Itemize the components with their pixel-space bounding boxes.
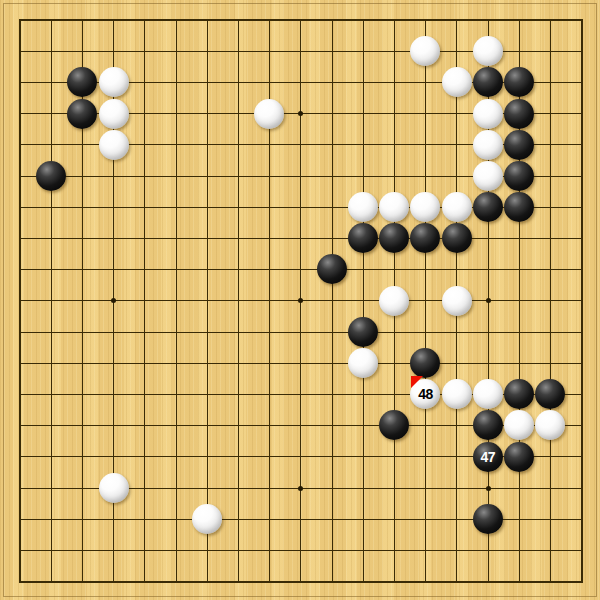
board-intersection[interactable] xyxy=(503,129,534,160)
board-intersection[interactable] xyxy=(223,347,254,378)
board-intersection[interactable] xyxy=(98,4,129,35)
board-intersection[interactable] xyxy=(410,316,441,347)
board-intersection[interactable] xyxy=(316,129,347,160)
board-intersection[interactable] xyxy=(254,36,285,67)
board-intersection[interactable] xyxy=(472,254,503,285)
board-intersection[interactable] xyxy=(472,410,503,441)
board-intersection[interactable] xyxy=(192,129,223,160)
board-intersection[interactable] xyxy=(566,410,597,441)
board-intersection[interactable] xyxy=(535,129,566,160)
board-intersection[interactable] xyxy=(4,223,35,254)
board-intersection[interactable] xyxy=(472,192,503,223)
board-intersection[interactable] xyxy=(347,98,378,129)
board-intersection[interactable] xyxy=(535,379,566,410)
board-intersection[interactable] xyxy=(36,98,67,129)
board-intersection[interactable] xyxy=(566,503,597,534)
board-intersection[interactable] xyxy=(379,379,410,410)
board-intersection[interactable] xyxy=(441,472,472,503)
board-intersection[interactable] xyxy=(285,316,316,347)
board-intersection[interactable] xyxy=(160,441,191,472)
board-intersection[interactable] xyxy=(192,503,223,534)
board-intersection[interactable] xyxy=(316,4,347,35)
board-intersection[interactable] xyxy=(192,535,223,566)
board-intersection[interactable] xyxy=(379,535,410,566)
board-intersection[interactable] xyxy=(160,98,191,129)
board-intersection[interactable] xyxy=(535,285,566,316)
board-intersection[interactable] xyxy=(472,129,503,160)
board-intersection[interactable] xyxy=(285,4,316,35)
board-intersection[interactable] xyxy=(67,254,98,285)
board-intersection[interactable] xyxy=(379,160,410,191)
board-intersection[interactable] xyxy=(4,535,35,566)
board-intersection[interactable] xyxy=(98,379,129,410)
board-intersection[interactable] xyxy=(535,316,566,347)
board-intersection[interactable] xyxy=(285,441,316,472)
board-intersection[interactable] xyxy=(472,285,503,316)
board-intersection[interactable] xyxy=(67,347,98,378)
board-intersection[interactable] xyxy=(347,254,378,285)
board-intersection[interactable] xyxy=(4,379,35,410)
board-intersection[interactable] xyxy=(316,316,347,347)
board-intersection[interactable] xyxy=(503,4,534,35)
board-intersection[interactable] xyxy=(410,503,441,534)
board-intersection[interactable] xyxy=(160,379,191,410)
board-intersection[interactable] xyxy=(4,4,35,35)
board-intersection[interactable] xyxy=(129,254,160,285)
board-intersection[interactable] xyxy=(472,566,503,597)
board-intersection[interactable] xyxy=(535,4,566,35)
board-intersection[interactable] xyxy=(503,472,534,503)
board-intersection[interactable] xyxy=(254,223,285,254)
board-intersection[interactable] xyxy=(98,347,129,378)
board-intersection[interactable] xyxy=(36,36,67,67)
board-intersection[interactable] xyxy=(67,285,98,316)
board-intersection[interactable] xyxy=(410,192,441,223)
board-intersection[interactable] xyxy=(379,285,410,316)
board-intersection[interactable] xyxy=(503,379,534,410)
board-intersection[interactable] xyxy=(192,4,223,35)
board-intersection[interactable] xyxy=(441,98,472,129)
board-intersection[interactable] xyxy=(129,410,160,441)
board-intersection[interactable] xyxy=(36,441,67,472)
board-intersection[interactable] xyxy=(441,192,472,223)
board-intersection[interactable] xyxy=(254,566,285,597)
board-intersection[interactable] xyxy=(36,254,67,285)
board-intersection[interactable] xyxy=(4,566,35,597)
board-intersection[interactable] xyxy=(441,36,472,67)
board-intersection[interactable] xyxy=(223,285,254,316)
board-intersection[interactable] xyxy=(98,254,129,285)
board-intersection[interactable] xyxy=(566,223,597,254)
board-intersection[interactable] xyxy=(347,192,378,223)
board-intersection[interactable] xyxy=(379,129,410,160)
board-intersection[interactable] xyxy=(316,441,347,472)
board-intersection[interactable] xyxy=(98,192,129,223)
board-intersection[interactable] xyxy=(129,160,160,191)
board-intersection[interactable] xyxy=(36,67,67,98)
board-intersection[interactable] xyxy=(254,192,285,223)
board-intersection[interactable] xyxy=(410,98,441,129)
board-intersection[interactable] xyxy=(4,316,35,347)
board-intersection[interactable] xyxy=(347,285,378,316)
board-intersection[interactable] xyxy=(254,410,285,441)
board-intersection[interactable] xyxy=(347,67,378,98)
board-intersection[interactable] xyxy=(503,347,534,378)
board-intersection[interactable] xyxy=(566,36,597,67)
board-intersection[interactable] xyxy=(129,285,160,316)
board-intersection[interactable] xyxy=(535,98,566,129)
board-intersection[interactable] xyxy=(67,4,98,35)
board-intersection[interactable] xyxy=(441,410,472,441)
board-intersection[interactable] xyxy=(254,379,285,410)
board-intersection[interactable] xyxy=(36,347,67,378)
board-intersection[interactable] xyxy=(98,67,129,98)
board-intersection[interactable] xyxy=(535,192,566,223)
board-intersection[interactable] xyxy=(4,129,35,160)
board-intersection[interactable] xyxy=(223,4,254,35)
board-intersection[interactable] xyxy=(285,410,316,441)
board-intersection[interactable] xyxy=(379,98,410,129)
board-intersection[interactable] xyxy=(254,67,285,98)
board-intersection[interactable] xyxy=(4,160,35,191)
board-intersection[interactable] xyxy=(254,129,285,160)
board-intersection[interactable] xyxy=(36,4,67,35)
board-intersection[interactable] xyxy=(535,410,566,441)
board-intersection[interactable] xyxy=(192,254,223,285)
board-intersection[interactable] xyxy=(566,566,597,597)
board-intersection[interactable] xyxy=(4,67,35,98)
board-intersection[interactable] xyxy=(223,254,254,285)
board-intersection[interactable] xyxy=(192,441,223,472)
board-intersection[interactable] xyxy=(379,472,410,503)
board-intersection[interactable] xyxy=(223,472,254,503)
board-intersection[interactable] xyxy=(129,347,160,378)
board-intersection[interactable] xyxy=(410,36,441,67)
board-intersection[interactable] xyxy=(347,503,378,534)
board-intersection[interactable] xyxy=(160,254,191,285)
board-intersection[interactable] xyxy=(4,98,35,129)
board-intersection[interactable] xyxy=(67,36,98,67)
board-intersection[interactable] xyxy=(160,160,191,191)
board-intersection[interactable] xyxy=(503,98,534,129)
board-intersection[interactable] xyxy=(566,129,597,160)
board-intersection[interactable] xyxy=(192,98,223,129)
board-intersection[interactable] xyxy=(379,503,410,534)
board-intersection[interactable] xyxy=(566,285,597,316)
board-intersection[interactable] xyxy=(316,254,347,285)
board-intersection[interactable] xyxy=(441,223,472,254)
board-intersection[interactable] xyxy=(566,4,597,35)
board-intersection[interactable] xyxy=(316,379,347,410)
board-intersection[interactable] xyxy=(160,566,191,597)
board-intersection[interactable] xyxy=(129,223,160,254)
board-intersection[interactable] xyxy=(192,160,223,191)
board-intersection[interactable] xyxy=(441,566,472,597)
board-intersection[interactable] xyxy=(67,316,98,347)
board-intersection[interactable] xyxy=(347,316,378,347)
board-intersection[interactable] xyxy=(192,379,223,410)
board-intersection[interactable] xyxy=(67,67,98,98)
board-intersection[interactable] xyxy=(223,192,254,223)
board-intersection[interactable] xyxy=(98,223,129,254)
board-intersection[interactable] xyxy=(36,285,67,316)
board-intersection[interactable] xyxy=(503,316,534,347)
board-intersection[interactable] xyxy=(285,223,316,254)
board-intersection[interactable] xyxy=(379,223,410,254)
board-intersection[interactable] xyxy=(316,67,347,98)
board-intersection[interactable] xyxy=(503,285,534,316)
board-intersection[interactable] xyxy=(441,129,472,160)
board-intersection[interactable] xyxy=(67,129,98,160)
board-intersection[interactable] xyxy=(503,67,534,98)
board-intersection[interactable] xyxy=(503,254,534,285)
board-intersection[interactable] xyxy=(472,379,503,410)
board-intersection[interactable] xyxy=(379,4,410,35)
board-intersection[interactable] xyxy=(441,347,472,378)
board-intersection[interactable] xyxy=(472,160,503,191)
board-intersection[interactable] xyxy=(36,379,67,410)
board-intersection[interactable] xyxy=(316,192,347,223)
board-intersection[interactable] xyxy=(223,129,254,160)
board-intersection[interactable] xyxy=(410,285,441,316)
board-intersection[interactable] xyxy=(67,192,98,223)
board-intersection[interactable] xyxy=(98,441,129,472)
board-intersection[interactable] xyxy=(410,223,441,254)
board-intersection[interactable] xyxy=(285,566,316,597)
board-intersection[interactable] xyxy=(285,503,316,534)
board-intersection[interactable] xyxy=(36,566,67,597)
board-intersection[interactable] xyxy=(566,472,597,503)
board-intersection[interactable] xyxy=(285,192,316,223)
board-intersection[interactable] xyxy=(535,503,566,534)
board-intersection[interactable] xyxy=(441,316,472,347)
board-intersection[interactable] xyxy=(4,441,35,472)
board-intersection[interactable] xyxy=(98,160,129,191)
board-intersection[interactable] xyxy=(254,472,285,503)
board-intersection[interactable] xyxy=(160,192,191,223)
board-intersection[interactable] xyxy=(36,472,67,503)
board-intersection[interactable] xyxy=(566,441,597,472)
board-intersection[interactable] xyxy=(316,347,347,378)
board-intersection[interactable] xyxy=(36,410,67,441)
board-intersection[interactable] xyxy=(285,347,316,378)
board-intersection[interactable] xyxy=(160,535,191,566)
board-intersection[interactable] xyxy=(410,129,441,160)
board-intersection[interactable] xyxy=(441,160,472,191)
board-intersection[interactable] xyxy=(129,4,160,35)
board-intersection[interactable] xyxy=(410,160,441,191)
board-intersection[interactable] xyxy=(67,566,98,597)
board-intersection[interactable] xyxy=(160,472,191,503)
board-intersection[interactable] xyxy=(410,472,441,503)
board-intersection[interactable] xyxy=(98,285,129,316)
board-intersection[interactable] xyxy=(98,503,129,534)
board-intersection[interactable] xyxy=(441,285,472,316)
board-intersection[interactable] xyxy=(316,535,347,566)
board-intersection[interactable] xyxy=(192,67,223,98)
board-intersection[interactable] xyxy=(160,223,191,254)
board-intersection[interactable] xyxy=(410,410,441,441)
board-intersection[interactable] xyxy=(503,535,534,566)
board-intersection[interactable] xyxy=(254,285,285,316)
board-intersection[interactable] xyxy=(316,98,347,129)
board-intersection[interactable] xyxy=(285,254,316,285)
board-intersection[interactable] xyxy=(223,160,254,191)
board-intersection[interactable] xyxy=(254,98,285,129)
board-intersection[interactable] xyxy=(98,129,129,160)
board-intersection[interactable] xyxy=(129,192,160,223)
board-intersection[interactable] xyxy=(192,347,223,378)
board-intersection[interactable] xyxy=(316,223,347,254)
board-intersection[interactable] xyxy=(566,192,597,223)
board-intersection[interactable] xyxy=(316,566,347,597)
board-intersection[interactable] xyxy=(160,36,191,67)
board-intersection[interactable] xyxy=(285,535,316,566)
board-intersection[interactable] xyxy=(4,410,35,441)
board-intersection[interactable] xyxy=(347,160,378,191)
board-intersection[interactable] xyxy=(160,4,191,35)
board-intersection[interactable] xyxy=(254,254,285,285)
board-intersection[interactable] xyxy=(566,379,597,410)
board-intersection[interactable] xyxy=(503,223,534,254)
board-intersection[interactable] xyxy=(503,441,534,472)
board-intersection[interactable] xyxy=(4,254,35,285)
board-intersection[interactable] xyxy=(566,347,597,378)
board-intersection[interactable] xyxy=(223,503,254,534)
board-intersection[interactable] xyxy=(316,410,347,441)
board-intersection[interactable] xyxy=(472,535,503,566)
board-intersection[interactable] xyxy=(129,67,160,98)
board-intersection[interactable] xyxy=(410,535,441,566)
board-intersection[interactable] xyxy=(129,98,160,129)
board-intersection[interactable] xyxy=(503,160,534,191)
board-intersection[interactable] xyxy=(192,410,223,441)
board-intersection[interactable] xyxy=(36,129,67,160)
board-intersection[interactable] xyxy=(98,316,129,347)
board-intersection[interactable] xyxy=(129,566,160,597)
board-intersection[interactable] xyxy=(347,379,378,410)
board-intersection[interactable] xyxy=(67,160,98,191)
board-intersection[interactable] xyxy=(4,347,35,378)
board-intersection[interactable] xyxy=(347,566,378,597)
board-intersection[interactable] xyxy=(410,566,441,597)
board-intersection[interactable] xyxy=(223,316,254,347)
board-intersection[interactable] xyxy=(98,566,129,597)
board-intersection[interactable] xyxy=(98,535,129,566)
board-intersection[interactable] xyxy=(316,472,347,503)
board-intersection[interactable] xyxy=(4,503,35,534)
board-intersection[interactable] xyxy=(566,67,597,98)
board-intersection[interactable] xyxy=(347,223,378,254)
board-intersection[interactable] xyxy=(129,503,160,534)
board-intersection[interactable] xyxy=(347,129,378,160)
board-intersection[interactable] xyxy=(129,379,160,410)
board-intersection[interactable] xyxy=(129,129,160,160)
board-intersection[interactable] xyxy=(347,441,378,472)
board-intersection[interactable] xyxy=(285,285,316,316)
board-intersection[interactable] xyxy=(441,503,472,534)
board-intersection[interactable] xyxy=(98,472,129,503)
board-intersection[interactable] xyxy=(410,347,441,378)
board-intersection[interactable] xyxy=(566,98,597,129)
board-intersection[interactable] xyxy=(254,4,285,35)
board-intersection[interactable] xyxy=(98,98,129,129)
board-intersection[interactable] xyxy=(472,98,503,129)
board-intersection[interactable] xyxy=(254,160,285,191)
board-intersection[interactable] xyxy=(535,535,566,566)
board-intersection[interactable] xyxy=(254,316,285,347)
board-intersection[interactable] xyxy=(160,67,191,98)
board-intersection[interactable] xyxy=(472,67,503,98)
board-intersection[interactable] xyxy=(347,410,378,441)
board-intersection[interactable] xyxy=(192,192,223,223)
board-intersection[interactable] xyxy=(285,36,316,67)
board-intersection[interactable] xyxy=(535,441,566,472)
board-intersection[interactable] xyxy=(472,503,503,534)
board-intersection[interactable] xyxy=(4,192,35,223)
board-intersection[interactable]: 47 xyxy=(472,441,503,472)
board-intersection[interactable] xyxy=(535,36,566,67)
board-intersection[interactable] xyxy=(285,379,316,410)
board-intersection[interactable] xyxy=(566,160,597,191)
board-intersection[interactable] xyxy=(223,535,254,566)
board-intersection[interactable] xyxy=(67,223,98,254)
board-intersection[interactable] xyxy=(192,223,223,254)
board-intersection[interactable] xyxy=(503,36,534,67)
board-intersection[interactable] xyxy=(316,285,347,316)
board-intersection[interactable] xyxy=(223,410,254,441)
board-intersection[interactable] xyxy=(36,503,67,534)
board-intersection[interactable] xyxy=(535,472,566,503)
board-intersection[interactable] xyxy=(503,410,534,441)
board-intersection[interactable] xyxy=(535,223,566,254)
board-intersection[interactable] xyxy=(347,36,378,67)
board-intersection[interactable] xyxy=(379,36,410,67)
board-intersection[interactable] xyxy=(472,316,503,347)
board-intersection[interactable] xyxy=(347,4,378,35)
board-intersection[interactable] xyxy=(410,4,441,35)
board-intersection[interactable] xyxy=(192,472,223,503)
board-intersection[interactable] xyxy=(316,160,347,191)
board-intersection[interactable] xyxy=(160,347,191,378)
board-intersection[interactable] xyxy=(441,535,472,566)
board-intersection[interactable] xyxy=(98,36,129,67)
board-intersection[interactable] xyxy=(129,441,160,472)
board-intersection[interactable] xyxy=(285,160,316,191)
board-intersection[interactable] xyxy=(379,254,410,285)
board-intersection[interactable] xyxy=(223,67,254,98)
board-intersection[interactable] xyxy=(472,472,503,503)
board-intersection[interactable] xyxy=(535,160,566,191)
board-intersection[interactable] xyxy=(347,472,378,503)
board-intersection[interactable] xyxy=(379,316,410,347)
board-intersection[interactable] xyxy=(566,316,597,347)
board-intersection[interactable] xyxy=(192,566,223,597)
board-intersection[interactable] xyxy=(441,254,472,285)
board-intersection[interactable] xyxy=(160,503,191,534)
board-intersection[interactable] xyxy=(36,316,67,347)
board-intersection[interactable] xyxy=(441,4,472,35)
board-intersection[interactable] xyxy=(67,535,98,566)
board-intersection[interactable] xyxy=(503,192,534,223)
board-intersection[interactable] xyxy=(379,410,410,441)
board-intersection[interactable] xyxy=(535,254,566,285)
board-intersection[interactable] xyxy=(36,160,67,191)
board-intersection[interactable] xyxy=(4,285,35,316)
board-intersection[interactable] xyxy=(285,472,316,503)
board-intersection[interactable] xyxy=(285,129,316,160)
board-intersection[interactable] xyxy=(129,535,160,566)
